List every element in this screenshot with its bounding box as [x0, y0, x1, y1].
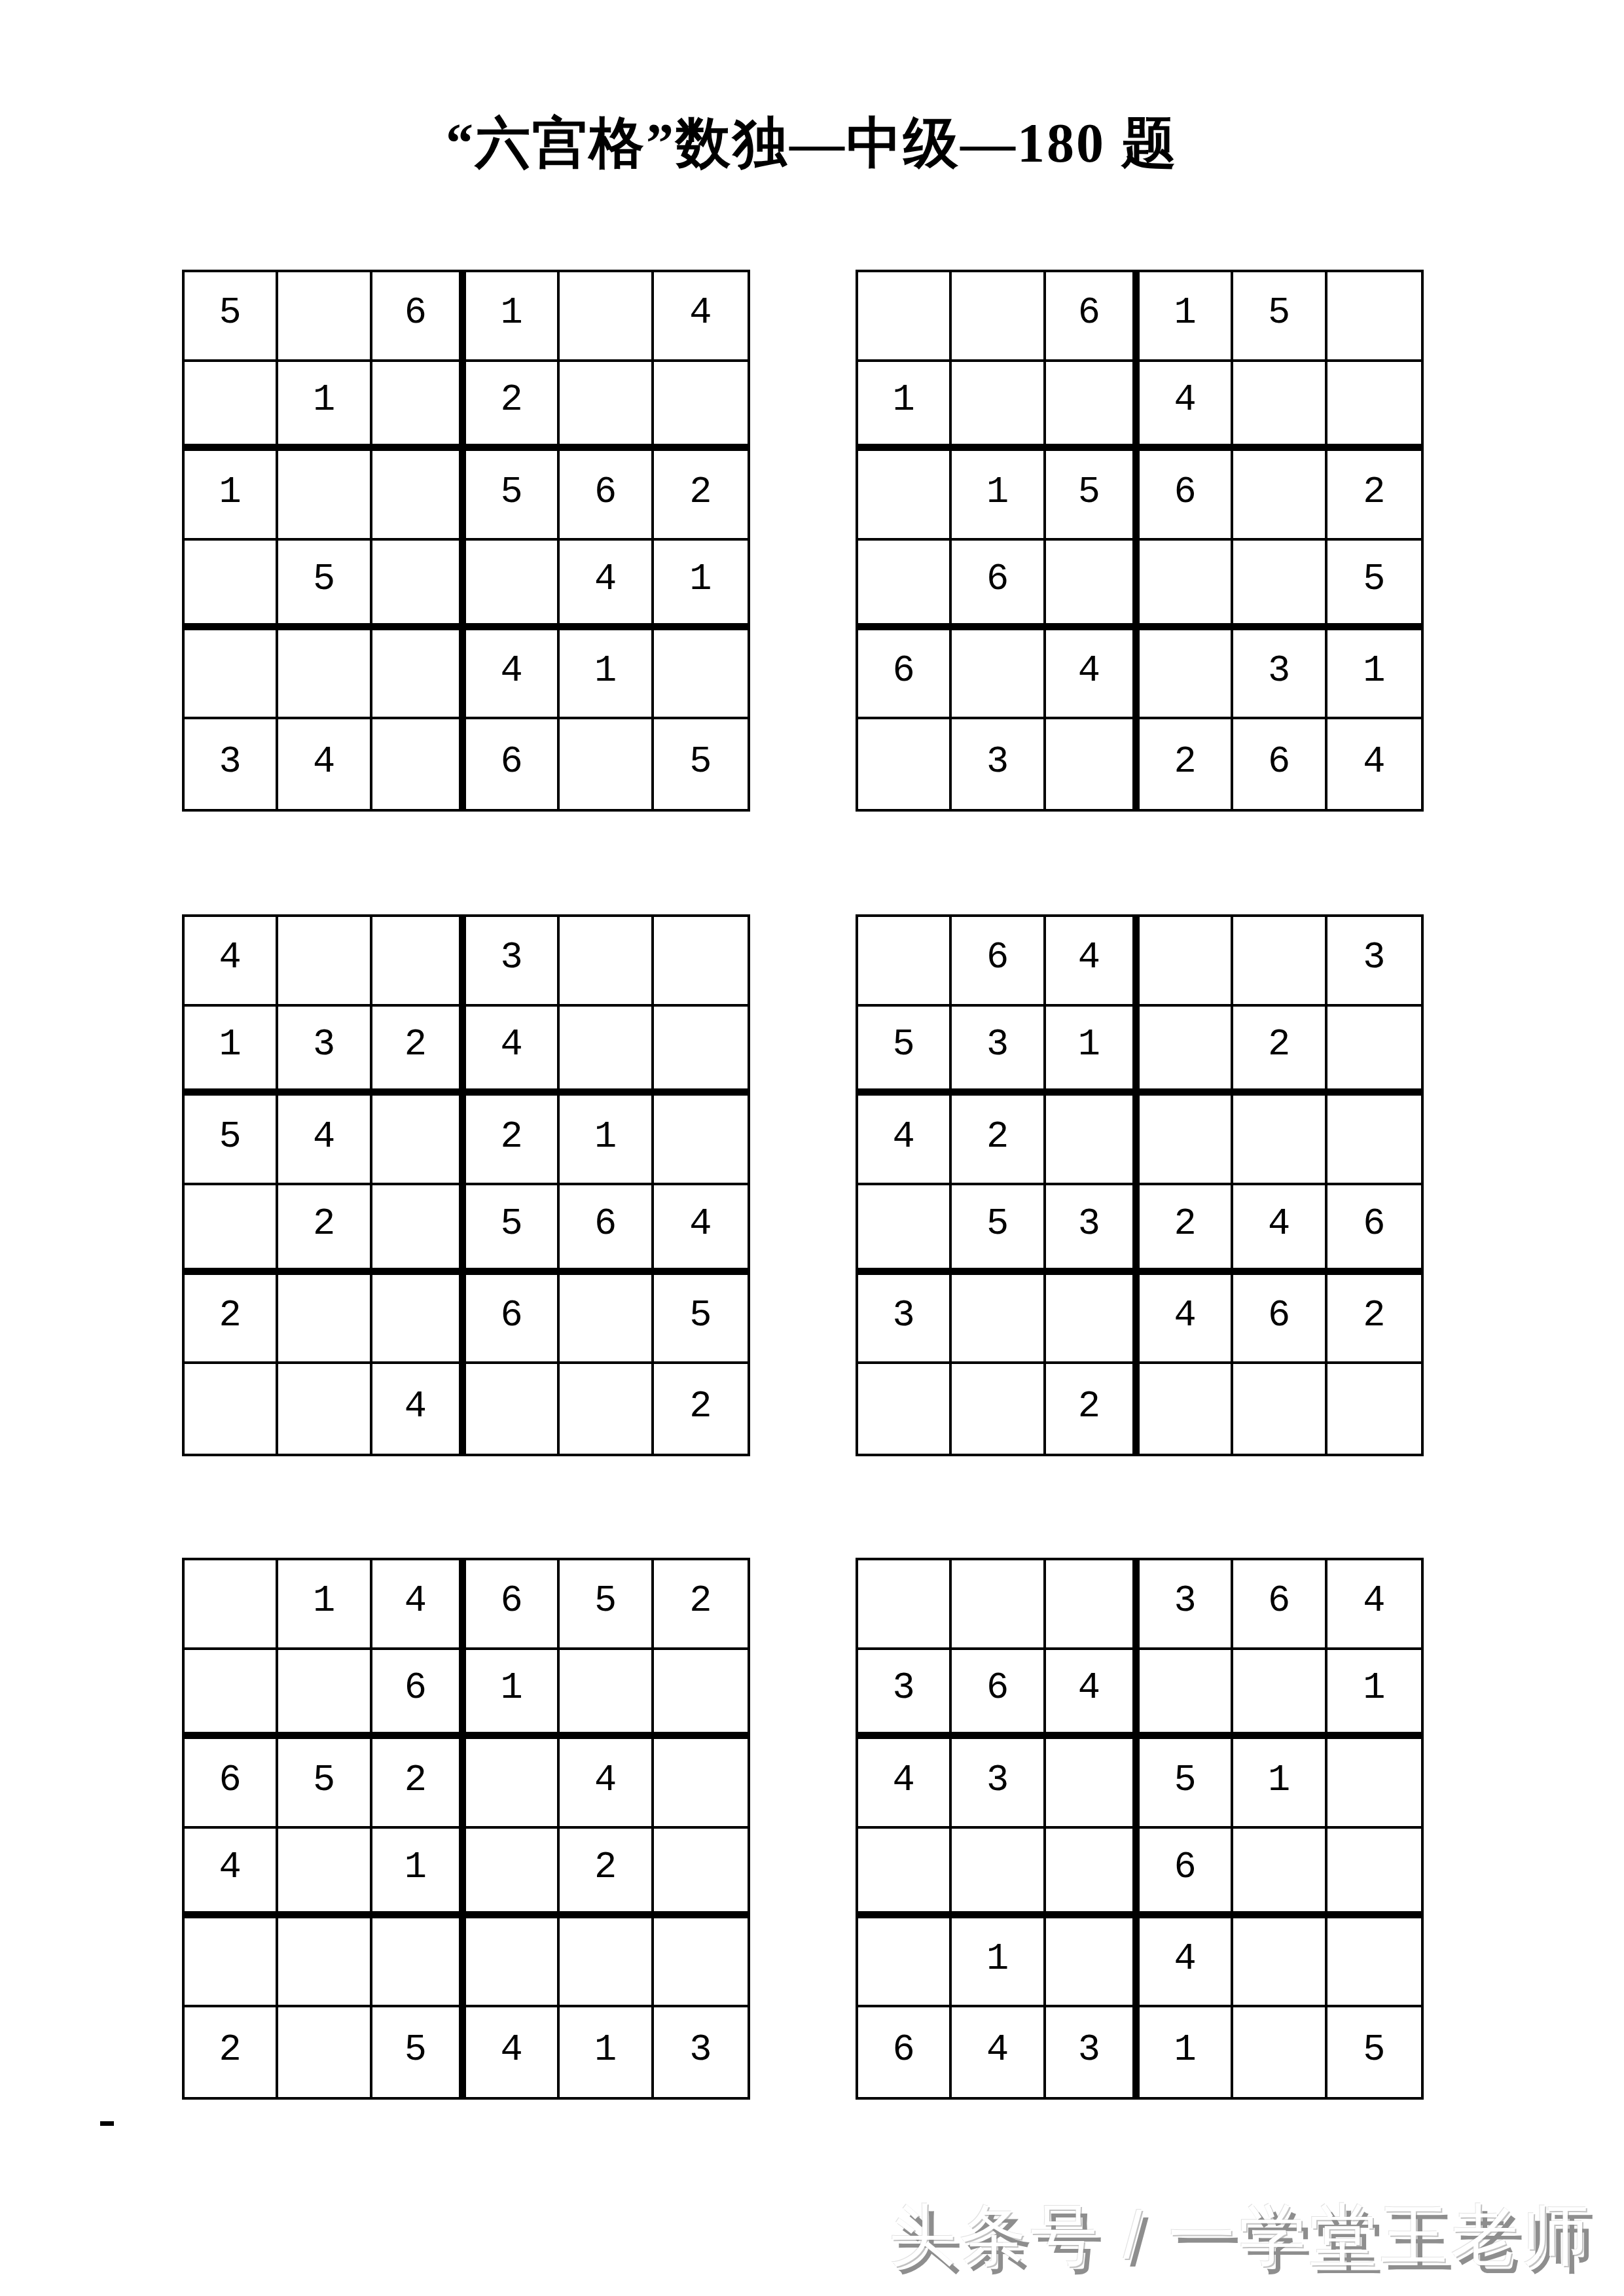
board3-cell-r2c5: [560, 1007, 653, 1096]
board1-cell-r3c4: 5: [466, 451, 560, 541]
board5-cell-r4c3: 1: [372, 1829, 466, 1918]
board6-cell-r4c6: [1327, 1829, 1421, 1918]
board4-cell-r4c3: 3: [1046, 1185, 1140, 1275]
board2-cell-r6c6: 4: [1327, 719, 1421, 809]
board1-cell-r4c1: [185, 541, 278, 630]
board3-cell-r6c4: [466, 1364, 560, 1454]
board6-cell-r5c3: [1046, 1918, 1140, 2008]
board5-cell-r6c2: [278, 2007, 372, 2097]
board5-cell-r5c6: [654, 1918, 748, 2008]
board2-cell-r3c6: 2: [1327, 451, 1421, 541]
board1-cell-r3c5: 6: [560, 451, 653, 541]
board3-cell-r6c2: [278, 1364, 372, 1454]
board4-cell-r3c4: [1140, 1096, 1233, 1185]
board1-cell-r4c6: 1: [654, 541, 748, 630]
board6-cell-r2c3: 4: [1046, 1650, 1140, 1740]
board1-cell-r6c3: [372, 719, 466, 809]
board1-cell-r6c1: 3: [185, 719, 278, 809]
board3-cell-r5c6: 5: [654, 1275, 748, 1365]
board3-cell-r3c5: 1: [560, 1096, 653, 1185]
board6-cell-r1c6: 4: [1327, 1560, 1421, 1650]
board2-cell-r2c2: [952, 362, 1045, 452]
board6-cell-r3c3: [1046, 1739, 1140, 1829]
board1-cell-r1c3: 6: [372, 272, 466, 362]
board5-cell-r1c1: [185, 1560, 278, 1650]
board2-cell-r5c5: 3: [1233, 630, 1327, 720]
board4-cell-r1c5: [1233, 917, 1327, 1007]
board4-cell-r5c5: 6: [1233, 1275, 1327, 1365]
board5-cell-r3c5: 4: [560, 1739, 653, 1829]
page-title: “六宫格”数独—中级—180 题: [0, 106, 1624, 181]
board4-cell-r5c1: 3: [858, 1275, 952, 1365]
board5-cell-r5c3: [372, 1918, 466, 2008]
board3-cell-r4c5: 6: [560, 1185, 653, 1275]
board2-cell-r3c3: 5: [1046, 451, 1140, 541]
sudoku-worksheet-page: “六宫格”数独—中级—180 题 5614121562541413465 615…: [0, 0, 1624, 2296]
board3-cell-r1c2: [278, 917, 372, 1007]
board4-cell-r5c6: 2: [1327, 1275, 1421, 1365]
board5-cell-r3c6: [654, 1739, 748, 1829]
board5-cell-r2c1: [185, 1650, 278, 1740]
board1-cell-r5c6: [654, 630, 748, 720]
board2-cell-r1c2: [952, 272, 1045, 362]
board2-cell-r4c2: 6: [952, 541, 1045, 630]
board1-cell-r2c3: [372, 362, 466, 452]
sudoku-board-4: 6435312425324634622: [856, 914, 1424, 1456]
board5-cell-r6c3: 5: [372, 2007, 466, 2097]
board4-cell-r6c4: [1140, 1364, 1233, 1454]
board3-cell-r5c5: [560, 1275, 653, 1365]
board5-cell-r3c2: 5: [278, 1739, 372, 1829]
board6-cell-r3c2: 3: [952, 1739, 1045, 1829]
board6-cell-r2c5: [1233, 1650, 1327, 1740]
watermark-text: 头条号 / 一学堂王老师: [889, 2191, 1593, 2281]
board1-cell-r4c4: [466, 541, 560, 630]
board1-cell-r1c4: 1: [466, 272, 560, 362]
board1-cell-r5c3: [372, 630, 466, 720]
board3-cell-r4c1: [185, 1185, 278, 1275]
board5-cell-r5c5: [560, 1918, 653, 2008]
board6-cell-r6c4: 1: [1140, 2007, 1233, 2097]
board1-cell-r2c5: [560, 362, 653, 452]
board6-cell-r6c1: 6: [858, 2007, 952, 2097]
board6-cell-r4c2: [952, 1829, 1045, 1918]
board2-cell-r6c2: 3: [952, 719, 1045, 809]
board4-cell-r3c5: [1233, 1096, 1327, 1185]
board1-cell-r1c5: [560, 272, 653, 362]
board1-cell-r2c1: [185, 362, 278, 452]
board5-cell-r1c5: 5: [560, 1560, 653, 1650]
sudoku-board-5: 1465261652441225413: [182, 1558, 750, 2100]
stray-dash-mark: [100, 2121, 114, 2126]
board2-cell-r5c3: 4: [1046, 630, 1140, 720]
board6-cell-r1c2: [952, 1560, 1045, 1650]
board3-cell-r1c5: [560, 917, 653, 1007]
board3-cell-r4c4: 5: [466, 1185, 560, 1275]
board6-cell-r6c6: 5: [1327, 2007, 1421, 2097]
board2-cell-r6c5: 6: [1233, 719, 1327, 809]
board3-cell-r1c6: [654, 917, 748, 1007]
board4-cell-r4c5: 4: [1233, 1185, 1327, 1275]
board2-cell-r2c4: 4: [1140, 362, 1233, 452]
board2-cell-r6c1: [858, 719, 952, 809]
board3-cell-r3c4: 2: [466, 1096, 560, 1185]
board3-cell-r3c1: 5: [185, 1096, 278, 1185]
board5-cell-r3c1: 6: [185, 1739, 278, 1829]
board6-cell-r6c3: 3: [1046, 2007, 1140, 2097]
board2-cell-r2c3: [1046, 362, 1140, 452]
board3-cell-r3c3: [372, 1096, 466, 1185]
sudoku-board-1: 5614121562541413465: [182, 270, 750, 812]
board2-cell-r5c6: 1: [1327, 630, 1421, 720]
board1-cell-r5c1: [185, 630, 278, 720]
board6-cell-r2c4: [1140, 1650, 1233, 1740]
board6-cell-r4c4: 6: [1140, 1829, 1233, 1918]
board5-cell-r4c2: [278, 1829, 372, 1918]
board6-cell-r1c5: 6: [1233, 1560, 1327, 1650]
sudoku-board-6: 3643641435161464315: [856, 1558, 1424, 2100]
board1-cell-r1c1: 5: [185, 272, 278, 362]
board2-cell-r5c2: [952, 630, 1045, 720]
board2-cell-r4c3: [1046, 541, 1140, 630]
board3-cell-r4c6: 4: [654, 1185, 748, 1275]
board1-cell-r4c3: [372, 541, 466, 630]
board2-cell-r6c4: 2: [1140, 719, 1233, 809]
board6-cell-r5c2: 1: [952, 1918, 1045, 2008]
board4-cell-r6c2: [952, 1364, 1045, 1454]
board4-cell-r5c2: [952, 1275, 1045, 1365]
board2-cell-r1c1: [858, 272, 952, 362]
board6-cell-r1c1: [858, 1560, 952, 1650]
board6-cell-r5c5: [1233, 1918, 1327, 2008]
board1-cell-r1c6: 4: [654, 272, 748, 362]
board5-cell-r2c5: [560, 1650, 653, 1740]
board2-cell-r2c5: [1233, 362, 1327, 452]
board6-cell-r6c2: 4: [952, 2007, 1045, 2097]
board2-cell-r1c5: 5: [1233, 272, 1327, 362]
board4-cell-r1c2: 6: [952, 917, 1045, 1007]
board3-cell-r4c3: [372, 1185, 466, 1275]
board1-cell-r2c4: 2: [466, 362, 560, 452]
board4-cell-r3c2: 2: [952, 1096, 1045, 1185]
board4-cell-r6c6: [1327, 1364, 1421, 1454]
board4-cell-r2c4: [1140, 1007, 1233, 1096]
board3-cell-r1c3: [372, 917, 466, 1007]
board1-cell-r3c2: [278, 451, 372, 541]
board2-cell-r4c4: [1140, 541, 1233, 630]
board6-cell-r3c4: 5: [1140, 1739, 1233, 1829]
board5-cell-r1c4: 6: [466, 1560, 560, 1650]
board5-cell-r5c4: [466, 1918, 560, 2008]
board6-cell-r4c1: [858, 1829, 952, 1918]
board2-cell-r2c1: 1: [858, 362, 952, 452]
board5-cell-r4c6: [654, 1829, 748, 1918]
board4-cell-r2c5: 2: [1233, 1007, 1327, 1096]
board5-cell-r2c2: [278, 1650, 372, 1740]
board1-cell-r2c2: 1: [278, 362, 372, 452]
board4-cell-r1c4: [1140, 917, 1233, 1007]
board3-cell-r6c3: 4: [372, 1364, 466, 1454]
board1-cell-r4c2: 5: [278, 541, 372, 630]
board3-cell-r3c2: 4: [278, 1096, 372, 1185]
board6-cell-r5c4: 4: [1140, 1918, 1233, 2008]
board4-cell-r5c3: [1046, 1275, 1140, 1365]
board2-cell-r1c6: [1327, 272, 1421, 362]
board3-cell-r1c1: 4: [185, 917, 278, 1007]
board1-cell-r6c6: 5: [654, 719, 748, 809]
board1-cell-r5c4: 4: [466, 630, 560, 720]
board3-cell-r2c1: 1: [185, 1007, 278, 1096]
board6-cell-r3c1: 4: [858, 1739, 952, 1829]
board2-cell-r2c6: [1327, 362, 1421, 452]
board5-cell-r5c2: [278, 1918, 372, 2008]
board2-cell-r5c4: [1140, 630, 1233, 720]
board1-cell-r4c5: 4: [560, 541, 653, 630]
board4-cell-r3c1: 4: [858, 1096, 952, 1185]
board6-cell-r5c6: [1327, 1918, 1421, 2008]
board4-cell-r2c3: 1: [1046, 1007, 1140, 1096]
board4-cell-r4c6: 6: [1327, 1185, 1421, 1275]
board6-cell-r5c1: [858, 1918, 952, 2008]
board4-cell-r4c2: 5: [952, 1185, 1045, 1275]
board1-cell-r6c4: 6: [466, 719, 560, 809]
board5-cell-r6c5: 1: [560, 2007, 653, 2097]
board1-cell-r5c2: [278, 630, 372, 720]
board5-cell-r1c3: 4: [372, 1560, 466, 1650]
board4-cell-r2c2: 3: [952, 1007, 1045, 1096]
board2-cell-r1c4: 1: [1140, 272, 1233, 362]
board3-cell-r4c2: 2: [278, 1185, 372, 1275]
board4-cell-r2c6: [1327, 1007, 1421, 1096]
board5-cell-r4c4: [466, 1829, 560, 1918]
board6-cell-r1c3: [1046, 1560, 1140, 1650]
board2-cell-r3c2: 1: [952, 451, 1045, 541]
board6-cell-r2c6: 1: [1327, 1650, 1421, 1740]
board6-cell-r2c1: 3: [858, 1650, 952, 1740]
board5-cell-r5c1: [185, 1918, 278, 2008]
board1-cell-r5c5: 1: [560, 630, 653, 720]
board4-cell-r6c3: 2: [1046, 1364, 1140, 1454]
board3-cell-r5c4: 6: [466, 1275, 560, 1365]
board6-cell-r6c5: [1233, 2007, 1327, 2097]
board3-cell-r1c4: 3: [466, 917, 560, 1007]
board2-cell-r5c1: 6: [858, 630, 952, 720]
board3-cell-r2c4: 4: [466, 1007, 560, 1096]
board1-cell-r1c2: [278, 272, 372, 362]
board1-cell-r6c5: [560, 719, 653, 809]
board4-cell-r4c1: [858, 1185, 952, 1275]
board3-cell-r5c3: [372, 1275, 466, 1365]
board4-cell-r3c3: [1046, 1096, 1140, 1185]
board1-cell-r3c6: 2: [654, 451, 748, 541]
board4-cell-r6c5: [1233, 1364, 1327, 1454]
board2-cell-r1c3: 6: [1046, 272, 1140, 362]
board3-cell-r6c5: [560, 1364, 653, 1454]
board2-cell-r3c4: 6: [1140, 451, 1233, 541]
board5-cell-r3c3: 2: [372, 1739, 466, 1829]
board5-cell-r2c3: 6: [372, 1650, 466, 1740]
board3-cell-r2c2: 3: [278, 1007, 372, 1096]
board4-cell-r6c1: [858, 1364, 952, 1454]
board2-cell-r4c5: [1233, 541, 1327, 630]
board1-cell-r2c6: [654, 362, 748, 452]
board4-cell-r4c4: 2: [1140, 1185, 1233, 1275]
board1-cell-r3c3: [372, 451, 466, 541]
board4-cell-r2c1: 5: [858, 1007, 952, 1096]
board2-cell-r3c1: [858, 451, 952, 541]
sudoku-board-2: 6151415626564313264: [856, 270, 1424, 812]
board4-cell-r5c4: 4: [1140, 1275, 1233, 1365]
board2-cell-r4c1: [858, 541, 952, 630]
board6-cell-r3c6: [1327, 1739, 1421, 1829]
board5-cell-r4c1: 4: [185, 1829, 278, 1918]
board5-cell-r6c4: 4: [466, 2007, 560, 2097]
board3-cell-r2c6: [654, 1007, 748, 1096]
board4-cell-r1c6: 3: [1327, 917, 1421, 1007]
board3-cell-r2c3: 2: [372, 1007, 466, 1096]
board1-cell-r6c2: 4: [278, 719, 372, 809]
board3-cell-r5c2: [278, 1275, 372, 1365]
board6-cell-r4c5: [1233, 1829, 1327, 1918]
board6-cell-r2c2: 6: [952, 1650, 1045, 1740]
board6-cell-r4c3: [1046, 1829, 1140, 1918]
board5-cell-r2c6: [654, 1650, 748, 1740]
board3-cell-r6c6: 2: [654, 1364, 748, 1454]
board3-cell-r3c6: [654, 1096, 748, 1185]
board6-cell-r1c4: 3: [1140, 1560, 1233, 1650]
board5-cell-r3c4: [466, 1739, 560, 1829]
board3-cell-r5c1: 2: [185, 1275, 278, 1365]
board4-cell-r1c1: [858, 917, 952, 1007]
sudoku-board-3: 4313245421256426542: [182, 914, 750, 1456]
board6-cell-r3c5: 1: [1233, 1739, 1327, 1829]
board2-cell-r6c3: [1046, 719, 1140, 809]
board3-cell-r6c1: [185, 1364, 278, 1454]
board5-cell-r1c6: 2: [654, 1560, 748, 1650]
board5-cell-r2c4: 1: [466, 1650, 560, 1740]
board2-cell-r3c5: [1233, 451, 1327, 541]
board4-cell-r1c3: 4: [1046, 917, 1140, 1007]
board2-cell-r4c6: 5: [1327, 541, 1421, 630]
board5-cell-r6c1: 2: [185, 2007, 278, 2097]
board1-cell-r3c1: 1: [185, 451, 278, 541]
board5-cell-r1c2: 1: [278, 1560, 372, 1650]
board5-cell-r4c5: 2: [560, 1829, 653, 1918]
board5-cell-r6c6: 3: [654, 2007, 748, 2097]
board4-cell-r3c6: [1327, 1096, 1421, 1185]
